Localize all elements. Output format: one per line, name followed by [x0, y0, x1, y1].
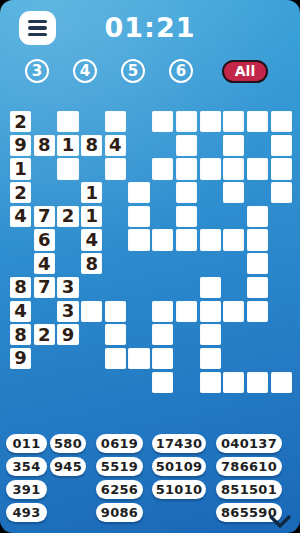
grid-cell-empty[interactable] [200, 111, 221, 132]
grid-cell-empty[interactable] [271, 182, 292, 203]
grid-cell-filled[interactable]: 4 [81, 229, 102, 250]
grid-cell-empty[interactable] [176, 135, 197, 156]
app-screen: 01:21 3456All 29818412147216448873438299… [0, 0, 300, 533]
grid-cell-blocked [271, 206, 292, 227]
grid-cell-blocked [128, 111, 149, 132]
grid-cell-empty[interactable] [81, 301, 102, 322]
grid-cell-filled[interactable]: 4 [105, 135, 126, 156]
grid-cell-blocked [200, 206, 221, 227]
grid-cell-blocked [128, 253, 149, 274]
number-chip[interactable]: 011 [6, 434, 47, 453]
grid-cell-empty[interactable] [223, 301, 244, 322]
grid-cell-filled[interactable]: 1 [10, 158, 31, 179]
grid-cell-blocked [223, 277, 244, 298]
grid-cell-blocked [247, 324, 268, 345]
grid-cell-blocked [152, 135, 173, 156]
grid-cell-blocked [128, 277, 149, 298]
grid-cell-empty[interactable] [105, 324, 126, 345]
grid-cell-blocked [34, 348, 55, 369]
grid-cell-blocked [57, 372, 78, 393]
tray-column: 040137786610851501865590 [216, 434, 282, 522]
grid-cell-filled[interactable]: 9 [57, 324, 78, 345]
grid-cell-blocked [10, 372, 31, 393]
grid-cell-empty[interactable] [247, 277, 268, 298]
grid-cell-filled[interactable]: 3 [57, 277, 78, 298]
grid-cell-blocked [271, 324, 292, 345]
grid-cell-filled[interactable]: 4 [10, 206, 31, 227]
grid-cell-filled[interactable]: 2 [10, 182, 31, 203]
grid-cell-filled[interactable]: 1 [81, 206, 102, 227]
grid-cell-blocked [128, 324, 149, 345]
grid-cell-blocked [81, 158, 102, 179]
grid-cell-empty[interactable] [152, 158, 173, 179]
filter-button-6[interactable]: 6 [169, 59, 193, 83]
chevron-down-icon[interactable] [268, 514, 292, 530]
number-chip[interactable]: 5519 [96, 457, 143, 476]
grid-cell-blocked [271, 348, 292, 369]
grid-cell-blocked [10, 229, 31, 250]
grid-cell-empty[interactable] [200, 277, 221, 298]
number-chip[interactable]: 17430 [152, 434, 206, 453]
grid-cell-empty[interactable] [152, 229, 173, 250]
grid-cell-empty[interactable] [247, 158, 268, 179]
grid-cell-empty[interactable] [128, 348, 149, 369]
grid-cell-blocked [200, 135, 221, 156]
grid-cell-blocked [105, 229, 126, 250]
grid-cell-empty[interactable] [271, 111, 292, 132]
grid-cell-blocked [200, 253, 221, 274]
grid-cell-empty[interactable] [57, 111, 78, 132]
tray-column: 580945 [50, 434, 86, 476]
grid-cell-blocked [176, 324, 197, 345]
grid-cell-blocked [247, 135, 268, 156]
grid-cell-filled[interactable]: 8 [10, 324, 31, 345]
grid-cell-blocked [128, 135, 149, 156]
grid-cell-blocked [81, 277, 102, 298]
grid-cell-empty[interactable] [247, 253, 268, 274]
number-tray: 0113543914935809450619551962569086174305… [0, 434, 300, 529]
grid-cell-blocked [34, 182, 55, 203]
puzzle-grid: 29818412147216448873438299 [10, 111, 292, 393]
number-chip[interactable]: 354 [6, 457, 47, 476]
grid-cell-filled[interactable]: 7 [34, 277, 55, 298]
grid-cell-empty[interactable] [200, 158, 221, 179]
grid-cell-blocked [105, 206, 126, 227]
tray-column: 174305010951010 [152, 434, 206, 499]
grid-cell-filled[interactable]: 6 [34, 229, 55, 250]
grid-cell-empty[interactable] [128, 206, 149, 227]
tray-column: 011354391493 [6, 434, 47, 522]
grid-cell-filled[interactable]: 8 [10, 277, 31, 298]
grid-cell-empty[interactable] [176, 182, 197, 203]
grid-cell-filled[interactable]: 2 [10, 111, 31, 132]
grid-cell-empty[interactable] [176, 206, 197, 227]
grid-cell-blocked [200, 182, 221, 203]
grid-cell-empty[interactable] [128, 182, 149, 203]
grid-cell-blocked [57, 229, 78, 250]
grid-cell-filled[interactable]: 8 [81, 253, 102, 274]
grid-cell-empty[interactable] [176, 301, 197, 322]
number-chip[interactable]: 040137 [216, 434, 282, 453]
filter-button-all[interactable]: All [222, 60, 268, 83]
grid-cell-blocked [176, 348, 197, 369]
grid-cell-empty[interactable] [152, 324, 173, 345]
grid-cell-blocked [128, 372, 149, 393]
grid-cell-blocked [105, 277, 126, 298]
grid-cell-empty[interactable] [105, 348, 126, 369]
grid-cell-blocked [10, 253, 31, 274]
grid-cell-empty[interactable] [200, 372, 221, 393]
grid-cell-blocked [57, 182, 78, 203]
grid-cell-blocked [152, 253, 173, 274]
grid-cell-blocked [223, 253, 244, 274]
grid-cell-blocked [223, 324, 244, 345]
grid-cell-blocked [152, 277, 173, 298]
grid-cell-blocked [223, 206, 244, 227]
grid-cell-empty[interactable] [200, 324, 221, 345]
grid-cell-empty[interactable] [105, 111, 126, 132]
tray-column: 0619551962569086 [96, 434, 143, 522]
number-chip[interactable]: 580 [50, 434, 86, 453]
grid-cell-blocked [81, 111, 102, 132]
grid-cell-filled[interactable]: 3 [57, 301, 78, 322]
grid-cell-empty[interactable] [271, 135, 292, 156]
grid-cell-empty[interactable] [200, 348, 221, 369]
grid-cell-blocked [271, 277, 292, 298]
grid-cell-blocked [81, 372, 102, 393]
number-chip[interactable]: 6256 [96, 480, 143, 499]
grid-cell-blocked [128, 301, 149, 322]
grid-cell-empty[interactable] [152, 301, 173, 322]
grid-cell-empty[interactable] [223, 372, 244, 393]
grid-cell-blocked [105, 253, 126, 274]
number-chip[interactable]: 945 [50, 457, 86, 476]
number-chip[interactable]: 851501 [216, 480, 282, 499]
grid-cell-empty[interactable] [247, 229, 268, 250]
grid-cell-blocked [223, 348, 244, 369]
grid-cell-filled[interactable]: 1 [81, 182, 102, 203]
grid-cell-blocked [271, 229, 292, 250]
filter-button-5[interactable]: 5 [121, 59, 145, 83]
grid-cell-filled[interactable]: 4 [10, 301, 31, 322]
grid-cell-blocked [176, 253, 197, 274]
grid-cell-blocked [247, 182, 268, 203]
grid-cell-empty[interactable] [176, 158, 197, 179]
grid-cell-blocked [247, 348, 268, 369]
grid-cell-blocked [34, 301, 55, 322]
grid-cell-empty[interactable] [271, 372, 292, 393]
grid-cell-empty[interactable] [223, 158, 244, 179]
grid-cell-empty[interactable] [247, 301, 268, 322]
grid-cell-blocked [34, 111, 55, 132]
grid-cell-empty[interactable] [105, 158, 126, 179]
grid-cell-empty[interactable] [200, 229, 221, 250]
grid-cell-blocked [105, 372, 126, 393]
grid-cell-filled[interactable]: 8 [81, 135, 102, 156]
filter-button-4[interactable]: 4 [73, 59, 97, 83]
grid-cell-blocked [34, 158, 55, 179]
grid-cell-empty[interactable] [223, 135, 244, 156]
filter-bar: 3456All [25, 57, 300, 85]
grid-cell-empty[interactable] [271, 158, 292, 179]
grid-cell-empty[interactable] [247, 206, 268, 227]
grid-cell-filled[interactable]: 2 [34, 324, 55, 345]
grid-cell-filled[interactable]: 4 [34, 253, 55, 274]
grid-cell-filled[interactable]: 7 [34, 206, 55, 227]
grid-cell-filled[interactable]: 2 [57, 206, 78, 227]
number-chip[interactable]: 50109 [152, 457, 206, 476]
grid-cell-blocked [176, 372, 197, 393]
grid-cell-empty[interactable] [223, 111, 244, 132]
grid-cell-blocked [271, 301, 292, 322]
grid-cell-empty[interactable] [152, 111, 173, 132]
grid-cell-blocked [34, 372, 55, 393]
grid-cell-empty[interactable] [128, 229, 149, 250]
grid-cell-filled[interactable]: 1 [57, 135, 78, 156]
grid-cell-empty[interactable] [200, 301, 221, 322]
grid-cell-blocked [271, 253, 292, 274]
grid-cell-empty[interactable] [176, 111, 197, 132]
number-chip[interactable]: 9086 [96, 503, 143, 522]
grid-cell-blocked [57, 253, 78, 274]
filter-button-3[interactable]: 3 [25, 59, 49, 83]
grid-cell-blocked [152, 182, 173, 203]
grid-cell-blocked [176, 277, 197, 298]
number-chip[interactable]: 391 [6, 480, 47, 499]
timer: 01:21 [0, 12, 300, 43]
grid-cell-empty[interactable] [223, 182, 244, 203]
grid-cell-blocked [57, 348, 78, 369]
grid-cell-empty[interactable] [247, 111, 268, 132]
grid-cell-blocked [81, 348, 102, 369]
grid-cell-empty[interactable] [223, 229, 244, 250]
grid-cell-empty[interactable] [152, 372, 173, 393]
grid-cell-filled[interactable]: 9 [10, 348, 31, 369]
grid-cell-blocked [81, 324, 102, 345]
grid-cell-filled[interactable]: 8 [34, 135, 55, 156]
grid-cell-blocked [152, 206, 173, 227]
number-chip[interactable]: 0619 [96, 434, 143, 453]
grid-cell-filled[interactable]: 9 [10, 135, 31, 156]
grid-cell-empty[interactable] [57, 158, 78, 179]
grid-cell-empty[interactable] [152, 348, 173, 369]
number-chip[interactable]: 51010 [152, 480, 206, 499]
grid-cell-empty[interactable] [176, 229, 197, 250]
grid-cell-blocked [128, 158, 149, 179]
grid-cell-blocked [105, 182, 126, 203]
number-chip[interactable]: 493 [6, 503, 47, 522]
grid-cell-empty[interactable] [247, 372, 268, 393]
number-chip[interactable]: 786610 [216, 457, 282, 476]
grid-cell-empty[interactable] [105, 301, 126, 322]
